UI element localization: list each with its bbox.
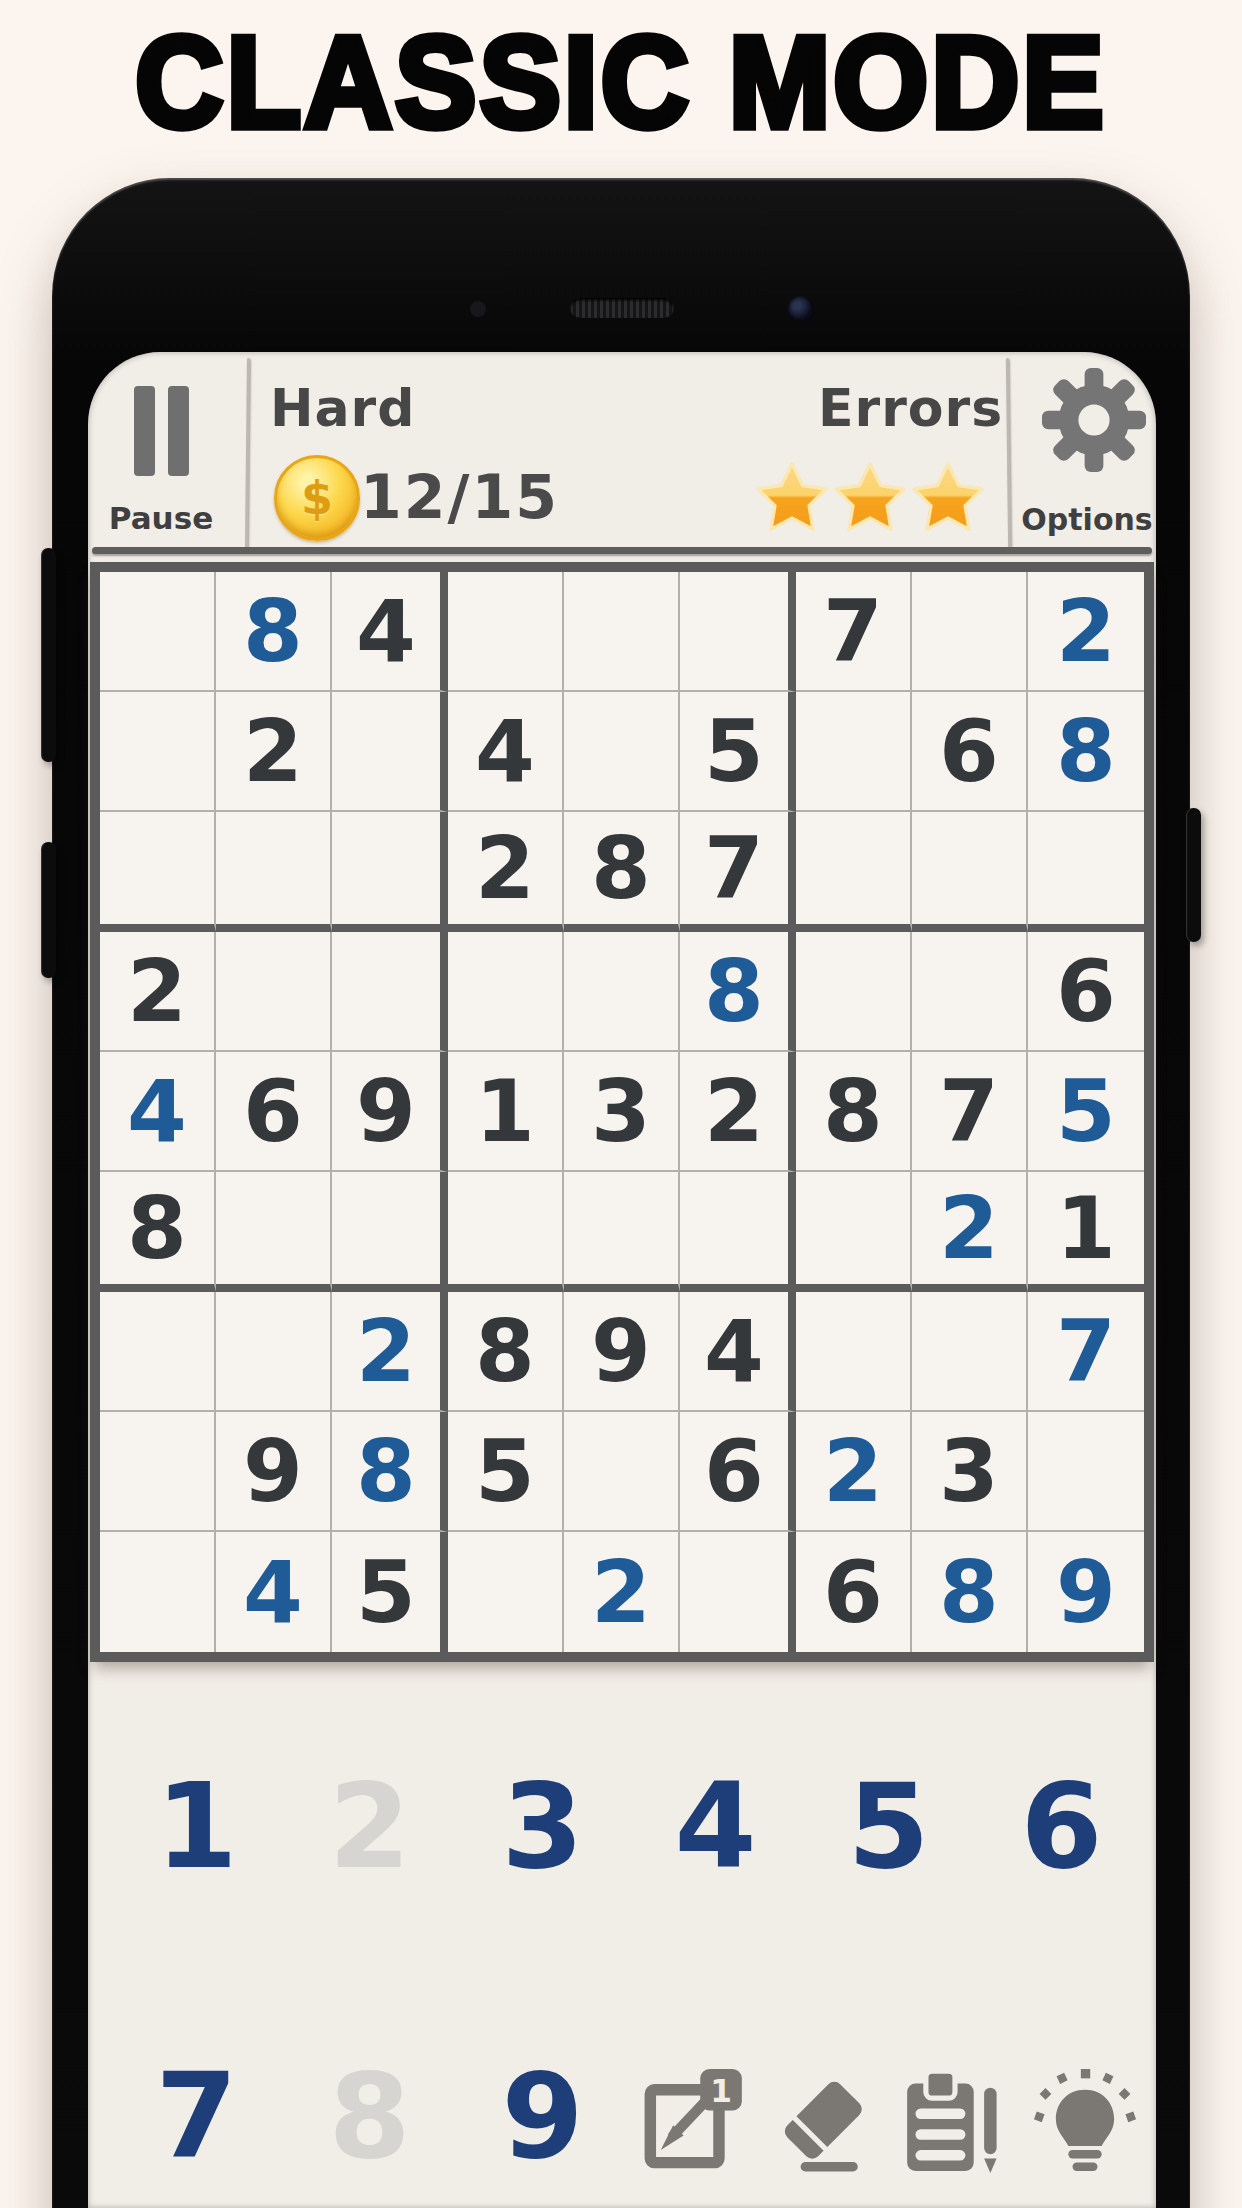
cell-r2c6[interactable]: 5 [680, 692, 796, 812]
cell-r4c9[interactable]: 6 [1028, 932, 1144, 1052]
eraser-button[interactable] [768, 2062, 880, 2180]
cell-r9c9[interactable]: 9 [1028, 1532, 1144, 1652]
cell-r2c4[interactable]: 4 [448, 692, 564, 812]
cell-r3c2[interactable] [216, 812, 332, 932]
cell-digit: 1 [1056, 1185, 1116, 1271]
cell-r9c5[interactable]: 2 [564, 1532, 680, 1652]
cell-r5c7[interactable]: 8 [796, 1052, 912, 1172]
cell-r1c8[interactable] [912, 572, 1028, 692]
cell-r4c7[interactable] [796, 932, 912, 1052]
cell-digit: 2 [823, 1428, 883, 1514]
cell-r7c8[interactable] [912, 1292, 1028, 1412]
pad-digit-4[interactable]: 4 [629, 1762, 802, 1892]
cell-r6c9[interactable]: 1 [1028, 1172, 1144, 1292]
cell-r4c3[interactable] [332, 932, 448, 1052]
cell-digit: 7 [939, 1068, 999, 1154]
cell-r4c2[interactable] [216, 932, 332, 1052]
cell-r3c3[interactable] [332, 812, 448, 932]
cell-r2c9[interactable]: 8 [1028, 692, 1144, 812]
cell-r8c9[interactable] [1028, 1412, 1144, 1532]
cell-digit: 5 [475, 1428, 535, 1514]
cell-r9c8[interactable]: 8 [912, 1532, 1028, 1652]
star-icon [908, 455, 988, 541]
cell-digit: 4 [127, 1068, 187, 1154]
cell-r5c6[interactable]: 2 [680, 1052, 796, 1172]
gear-icon [1042, 368, 1146, 472]
cell-r4c4[interactable] [448, 932, 564, 1052]
cell-r4c8[interactable] [912, 932, 1028, 1052]
cell-r2c7[interactable] [796, 692, 912, 812]
cell-digit: 8 [591, 825, 651, 911]
cell-r6c8[interactable]: 2 [912, 1172, 1028, 1292]
cell-r5c2[interactable]: 6 [216, 1052, 332, 1172]
cell-digit: 5 [704, 708, 764, 794]
cell-r5c5[interactable]: 3 [564, 1052, 680, 1172]
cell-digit: 9 [591, 1308, 651, 1394]
cell-r6c6[interactable] [680, 1172, 796, 1292]
cell-r2c3[interactable] [332, 692, 448, 812]
cell-r8c7[interactable]: 2 [796, 1412, 912, 1532]
cell-r5c9[interactable]: 5 [1028, 1052, 1144, 1172]
cell-r1c5[interactable] [564, 572, 680, 692]
cell-r2c1[interactable] [100, 692, 216, 812]
cell-r9c6[interactable] [680, 1532, 796, 1652]
cell-r9c4[interactable] [448, 1532, 564, 1652]
page-title: CLASSIC MODE [0, 8, 1242, 156]
pencil-notes-button[interactable]: 1 [638, 2062, 750, 2180]
cell-r1c2[interactable]: 8 [216, 572, 332, 692]
pad-digit-1[interactable]: 1 [110, 1762, 283, 1892]
cell-digit: 8 [475, 1308, 535, 1394]
power-button [1186, 808, 1201, 942]
speaker-grille [570, 298, 674, 318]
cell-digit: 9 [1056, 1549, 1116, 1635]
cell-digit: 2 [591, 1549, 651, 1635]
notes-clipboard-button[interactable] [899, 2062, 1011, 2180]
coin-icon: $ [274, 455, 360, 541]
cell-digit: 5 [1056, 1068, 1116, 1154]
coin-count: 12/15 [360, 462, 559, 532]
difficulty-label: Hard [270, 378, 415, 438]
options-label: Options [1014, 502, 1160, 537]
pad-digit-2: 2 [283, 1762, 456, 1892]
cell-r2c5[interactable] [564, 692, 680, 812]
cell-digit: 1 [475, 1068, 535, 1154]
cell-r7c3[interactable]: 2 [332, 1292, 448, 1412]
pad-digit-5[interactable]: 5 [802, 1762, 975, 1892]
volume-button [41, 548, 56, 762]
cell-r3c5[interactable]: 8 [564, 812, 680, 932]
eraser-icon [772, 2065, 876, 2177]
cell-r7c2[interactable] [216, 1292, 332, 1412]
pad-digit-6[interactable]: 6 [975, 1762, 1148, 1892]
cell-digit: 8 [704, 948, 764, 1034]
cell-digit: 3 [939, 1428, 999, 1514]
cell-r7c4[interactable]: 8 [448, 1292, 564, 1412]
cell-r3c1[interactable] [100, 812, 216, 932]
cell-r8c8[interactable]: 3 [912, 1412, 1028, 1532]
cell-r8c6[interactable]: 6 [680, 1412, 796, 1532]
cell-r8c1[interactable] [100, 1412, 216, 1532]
pad-digit-8: 8 [283, 2052, 456, 2182]
cell-digit: 2 [704, 1068, 764, 1154]
cell-digit: 6 [823, 1549, 883, 1635]
pause-button[interactable] [134, 386, 190, 476]
front-camera [788, 296, 814, 322]
cell-r1c7[interactable]: 7 [796, 572, 912, 692]
cell-r7c1[interactable] [100, 1292, 216, 1412]
cell-r2c2[interactable]: 2 [216, 692, 332, 812]
cell-r7c5[interactable]: 9 [564, 1292, 680, 1412]
cell-r2c8[interactable]: 6 [912, 692, 1028, 812]
cell-r8c2[interactable]: 9 [216, 1412, 332, 1532]
cell-r6c4[interactable] [448, 1172, 564, 1292]
assistant-button [41, 842, 56, 978]
cell-digit: 7 [1056, 1308, 1116, 1394]
star-icon [830, 455, 910, 541]
cell-r8c3[interactable]: 8 [332, 1412, 448, 1532]
cell-r5c4[interactable]: 1 [448, 1052, 564, 1172]
cell-r1c1[interactable] [100, 572, 216, 692]
proximity-sensor [470, 301, 486, 317]
cell-r3c4[interactable]: 2 [448, 812, 564, 932]
cell-r9c7[interactable]: 6 [796, 1532, 912, 1652]
cell-digit: 8 [823, 1068, 883, 1154]
cell-r6c5[interactable] [564, 1172, 680, 1292]
cell-r4c1[interactable]: 2 [100, 932, 216, 1052]
cell-digit: 3 [591, 1068, 651, 1154]
cell-r7c6[interactable]: 4 [680, 1292, 796, 1412]
pause-label: Pause [86, 500, 236, 536]
cell-r6c2[interactable] [216, 1172, 332, 1292]
cell-digit: 4 [475, 708, 535, 794]
lightbulb-icon [1033, 2065, 1137, 2177]
cell-digit: 2 [356, 1308, 416, 1394]
hint-bulb-button[interactable] [1029, 2062, 1141, 2180]
cell-r1c4[interactable] [448, 572, 564, 692]
cell-digit: 2 [475, 825, 535, 911]
pause-icon [168, 386, 189, 476]
cell-digit: 8 [1056, 708, 1116, 794]
error-stars [752, 455, 986, 541]
cell-r5c8[interactable]: 7 [912, 1052, 1028, 1172]
cell-r3c6[interactable]: 7 [680, 812, 796, 932]
cell-r5c1[interactable]: 4 [100, 1052, 216, 1172]
cell-r6c1[interactable]: 8 [100, 1172, 216, 1292]
cell-r8c4[interactable]: 5 [448, 1412, 564, 1532]
pause-icon [134, 386, 155, 476]
cell-r8c5[interactable] [564, 1412, 680, 1532]
cell-r1c6[interactable] [680, 572, 796, 692]
cell-digit: 9 [356, 1068, 416, 1154]
cell-digit: 7 [704, 825, 764, 911]
cell-digit: 8 [127, 1185, 187, 1271]
cell-digit: 2 [243, 708, 303, 794]
cell-r4c5[interactable] [564, 932, 680, 1052]
cell-r4c6[interactable]: 8 [680, 932, 796, 1052]
options-gear-button[interactable] [1042, 368, 1146, 472]
pad-digit-9[interactable]: 9 [456, 2052, 629, 2182]
cell-digit: 2 [939, 1185, 999, 1271]
svg-text:1: 1 [710, 2073, 732, 2109]
cell-r3c8[interactable] [912, 812, 1028, 932]
number-pad-row1: 123456 [110, 1762, 1150, 1892]
cell-digit: 4 [704, 1308, 764, 1394]
cell-digit: 8 [939, 1549, 999, 1635]
cell-r3c7[interactable] [796, 812, 912, 932]
cell-digit: 2 [127, 948, 187, 1034]
number-pad-row2: 789 1 [110, 2052, 1150, 2182]
cell-digit: 6 [1056, 948, 1116, 1034]
header-separator [92, 547, 1152, 554]
cell-digit: 8 [243, 588, 303, 674]
cell-digit: 2 [1056, 588, 1116, 674]
cell-r6c7[interactable] [796, 1172, 912, 1292]
cell-digit: 5 [356, 1549, 416, 1635]
cell-r6c3[interactable] [332, 1172, 448, 1292]
star-icon [752, 455, 832, 541]
cell-r9c3[interactable]: 5 [332, 1532, 448, 1652]
tool-bar: 1 [629, 2052, 1150, 2182]
cell-r9c2[interactable]: 4 [216, 1532, 332, 1652]
cell-digit: 4 [243, 1549, 303, 1635]
errors-label: Errors [818, 378, 1003, 438]
cell-digit: 9 [243, 1428, 303, 1514]
cell-r1c3[interactable]: 4 [332, 572, 448, 692]
cell-r7c9[interactable]: 7 [1028, 1292, 1144, 1412]
clipboard-icon [903, 2065, 1007, 2177]
cell-r1c9[interactable]: 2 [1028, 572, 1144, 692]
cell-r7c7[interactable] [796, 1292, 912, 1412]
cell-r3c9[interactable] [1028, 812, 1144, 932]
pencil-notes-icon: 1 [642, 2065, 746, 2177]
cell-digit: 6 [704, 1428, 764, 1514]
cell-digit: 6 [939, 708, 999, 794]
cell-r9c1[interactable] [100, 1532, 216, 1652]
cell-digit: 7 [823, 588, 883, 674]
cell-digit: 8 [356, 1428, 416, 1514]
pad-digit-3[interactable]: 3 [456, 1762, 629, 1892]
cell-digit: 4 [356, 588, 416, 674]
cell-r5c3[interactable]: 9 [332, 1052, 448, 1172]
pad-digit-7[interactable]: 7 [110, 2052, 283, 2182]
cell-digit: 6 [243, 1068, 303, 1154]
sudoku-grid: 8472245682872864691328758212894798562345… [90, 562, 1154, 1662]
